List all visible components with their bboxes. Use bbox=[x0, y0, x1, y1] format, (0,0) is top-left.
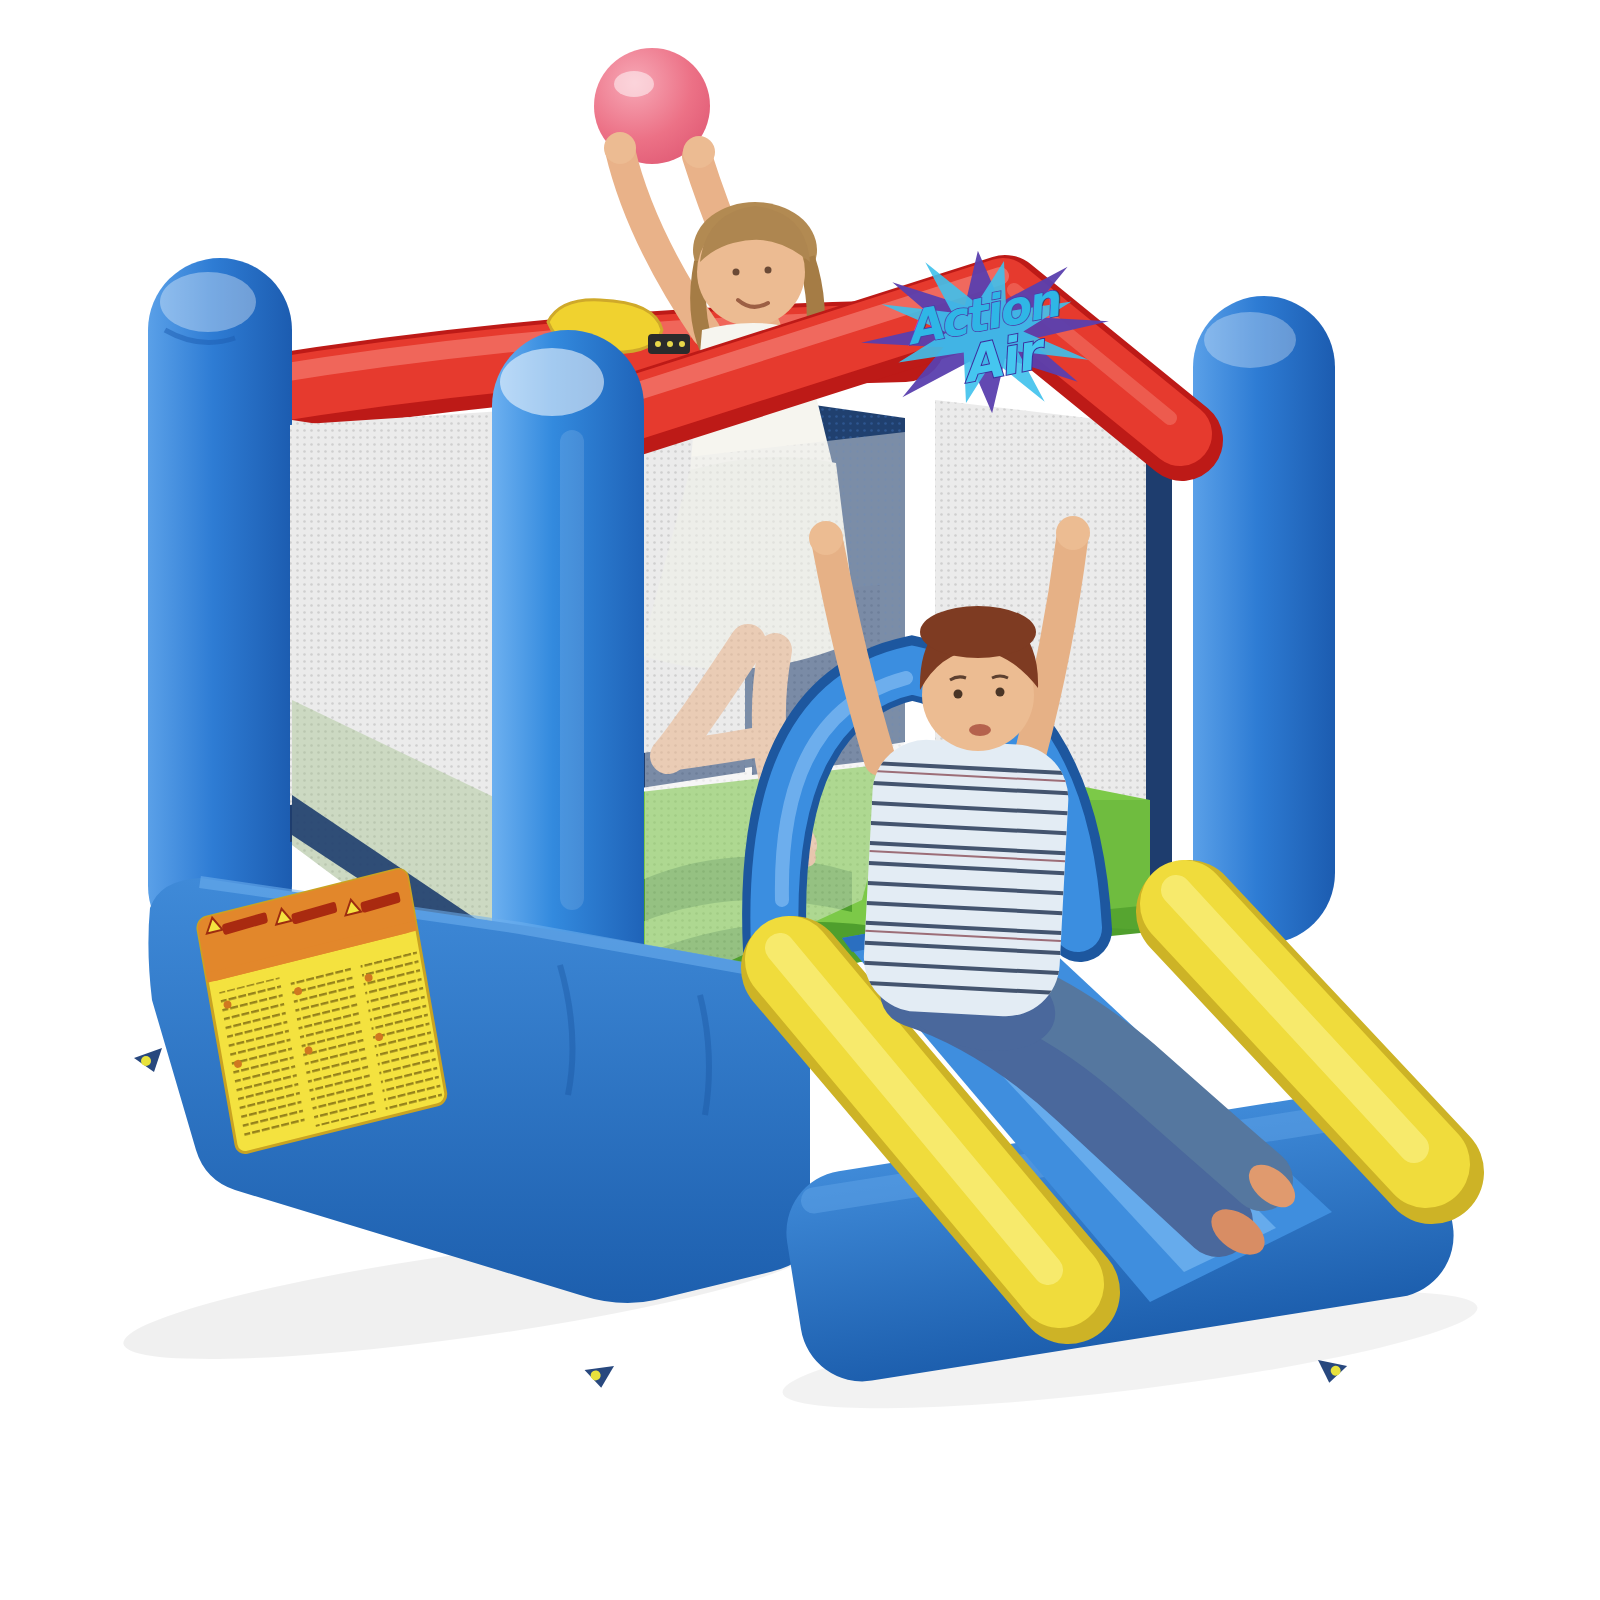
product-photo: Action Air bbox=[0, 0, 1600, 1600]
tower-right bbox=[1193, 296, 1335, 944]
bounce-house-scene: Action Air bbox=[0, 0, 1600, 1600]
boy-shirt bbox=[861, 737, 1071, 1019]
tower-left bbox=[148, 258, 292, 958]
warning-label bbox=[196, 867, 447, 1154]
